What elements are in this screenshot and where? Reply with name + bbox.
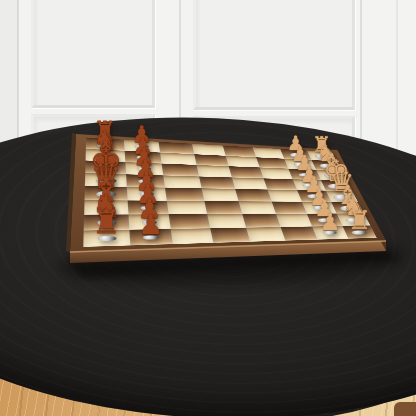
piece-black-rook[interactable]: ♜ <box>92 207 121 242</box>
product-photo-scene: ♜♞♝♛♚♝♞♜♟♟♟♟♟♟♟♟♟♟♟♟♟♟♟♟♜♞♝♛♚♝♞♜ <box>0 0 416 416</box>
piece-white-rook[interactable]: ♜ <box>348 207 371 234</box>
rook-glyph: ♜ <box>92 207 121 238</box>
piece-white-pawn[interactable]: ♟ <box>320 210 341 235</box>
piece-black-pawn[interactable]: ♟ <box>139 210 164 239</box>
pawn-glyph: ♟ <box>139 210 164 236</box>
rook-glyph: ♜ <box>348 207 371 231</box>
pieces-layer: ♜♞♝♛♚♝♞♜♟♟♟♟♟♟♟♟♟♟♟♟♟♟♟♟♜♞♝♛♚♝♞♜ <box>0 0 416 416</box>
pawn-glyph: ♟ <box>320 210 341 232</box>
